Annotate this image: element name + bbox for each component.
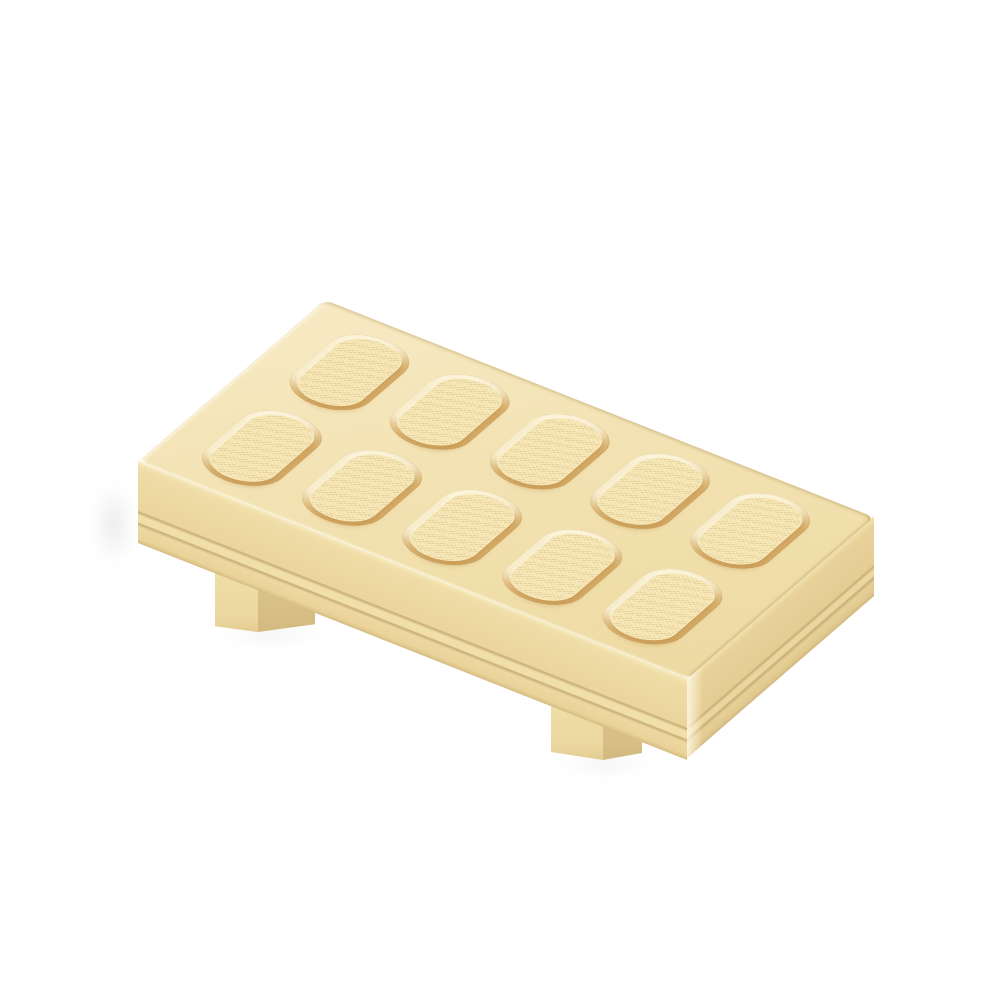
pit-pad xyxy=(498,526,627,608)
pit-r2-c5[interactable] xyxy=(588,560,737,654)
soft-shadow-left xyxy=(86,468,142,580)
scene xyxy=(0,0,1000,1000)
pit-pad xyxy=(385,371,514,453)
pit-pad xyxy=(198,407,327,489)
pit-pad xyxy=(598,566,727,648)
pit-pad xyxy=(398,486,527,568)
pit-pad xyxy=(285,331,414,413)
pit-pad xyxy=(298,447,427,529)
pit-pad xyxy=(686,490,815,572)
pit-pad xyxy=(485,410,614,492)
pit-r1-c5[interactable] xyxy=(676,484,825,578)
pit-pad xyxy=(586,450,715,532)
